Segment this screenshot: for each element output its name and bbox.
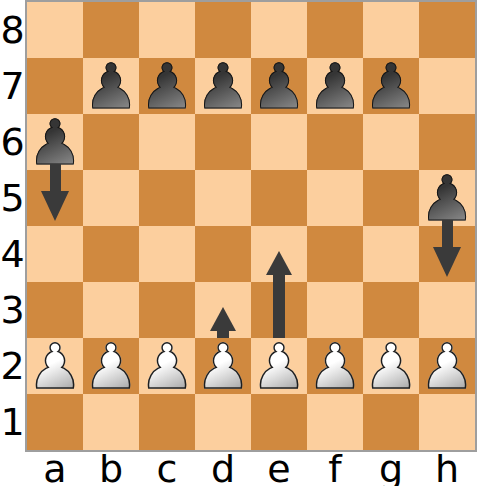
square-h7[interactable]	[419, 58, 475, 114]
arrow-shaft	[273, 275, 285, 338]
move-arrow-e2-e4	[266, 251, 292, 338]
square-b5[interactable]	[83, 170, 139, 226]
file-label-b: b	[83, 452, 139, 486]
arrow-head	[41, 191, 69, 221]
arrow-shaft	[50, 164, 61, 191]
file-label-h: h	[419, 452, 475, 486]
black-pawn-d7[interactable]: ♟	[195, 58, 251, 114]
black-pawn-f7[interactable]: ♟	[307, 58, 363, 114]
white-pawn-e2[interactable]: ♟	[251, 338, 307, 394]
white-pawn-g2[interactable]: ♟	[363, 338, 419, 394]
rank-label-2: 2	[0, 338, 25, 394]
black-pawn-h5[interactable]: ♟	[419, 170, 475, 226]
black-pawn-a6[interactable]: ♟	[27, 114, 83, 170]
chess-board: ♟♟♟♟♟♟♟♟♟♟♟♟♟♟♟♟	[25, 0, 477, 452]
square-g5[interactable]	[363, 170, 419, 226]
white-pawn-a2[interactable]: ♟	[27, 338, 83, 394]
move-arrow-a6-a5	[41, 164, 69, 221]
black-pawn-g7[interactable]: ♟	[363, 58, 419, 114]
arrow-shaft	[217, 331, 229, 338]
white-pawn-h2[interactable]: ♟	[419, 338, 475, 394]
white-pawn-c2[interactable]: ♟	[139, 338, 195, 394]
arrow-shaft	[442, 220, 453, 247]
rank-label-1: 1	[0, 394, 25, 450]
rank-label-8: 8	[0, 2, 25, 58]
black-pawn-b7[interactable]: ♟	[83, 58, 139, 114]
arrow-head	[266, 251, 292, 275]
arrow-head	[433, 247, 461, 277]
file-label-d: d	[195, 452, 251, 486]
black-pawn-c7[interactable]: ♟	[139, 58, 195, 114]
square-a4[interactable]	[27, 226, 83, 282]
white-pawn-d2[interactable]: ♟	[195, 338, 251, 394]
file-label-e: e	[251, 452, 307, 486]
square-f4[interactable]	[307, 226, 363, 282]
rank-label-7: 7	[0, 58, 25, 114]
square-c5[interactable]	[139, 170, 195, 226]
move-arrow-h5-h4	[433, 220, 461, 277]
square-f5[interactable]	[307, 170, 363, 226]
rank-label-4: 4	[0, 226, 25, 282]
rank-label-5: 5	[0, 170, 25, 226]
black-pawn-e7[interactable]: ♟	[251, 58, 307, 114]
square-c4[interactable]	[139, 226, 195, 282]
chess-diagram: ♟♟♟♟♟♟♟♟♟♟♟♟♟♟♟♟ 87654321abcdefgh	[0, 0, 480, 486]
file-label-g: g	[363, 452, 419, 486]
square-a8[interactable]	[27, 2, 83, 58]
square-h8[interactable]	[419, 2, 475, 58]
white-pawn-f2[interactable]: ♟	[307, 338, 363, 394]
square-e5[interactable]	[251, 170, 307, 226]
arrow-head	[210, 307, 236, 331]
square-g4[interactable]	[363, 226, 419, 282]
move-arrow-d2-d3	[210, 307, 236, 338]
square-d5[interactable]	[195, 170, 251, 226]
file-label-f: f	[307, 452, 363, 486]
square-d4[interactable]	[195, 226, 251, 282]
white-pawn-b2[interactable]: ♟	[83, 338, 139, 394]
rank-label-6: 6	[0, 114, 25, 170]
rank-label-3: 3	[0, 282, 25, 338]
file-label-c: c	[139, 452, 195, 486]
square-b4[interactable]	[83, 226, 139, 282]
file-label-a: a	[27, 452, 83, 486]
